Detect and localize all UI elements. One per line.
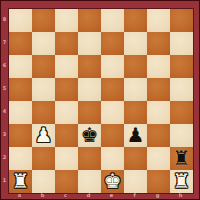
- square-e6[interactable]: [101, 55, 124, 78]
- square-b2[interactable]: [32, 147, 55, 170]
- square-d8[interactable]: [78, 9, 101, 32]
- file-label-b: b: [31, 193, 54, 198]
- square-h7[interactable]: [170, 32, 193, 55]
- black-rook[interactable]: ♜: [173, 147, 191, 170]
- square-f2[interactable]: [124, 147, 147, 170]
- rank-label-2: 2: [2, 155, 7, 160]
- square-h4[interactable]: [170, 101, 193, 124]
- square-a3[interactable]: [9, 124, 32, 147]
- square-f4[interactable]: [124, 101, 147, 124]
- square-f8[interactable]: [124, 9, 147, 32]
- rank-label-1: 1: [2, 178, 7, 183]
- square-d4[interactable]: [78, 101, 101, 124]
- square-a2[interactable]: [9, 147, 32, 170]
- square-h6[interactable]: [170, 55, 193, 78]
- square-f1[interactable]: [124, 170, 147, 193]
- square-h5[interactable]: [170, 78, 193, 101]
- square-c2[interactable]: [55, 147, 78, 170]
- square-d2[interactable]: [78, 147, 101, 170]
- rank-label-3: 3: [2, 132, 7, 137]
- square-f3[interactable]: ♟: [124, 124, 147, 147]
- rank-label-4: 4: [2, 109, 7, 114]
- white-rook[interactable]: ♜: [173, 170, 191, 193]
- square-d7[interactable]: [78, 32, 101, 55]
- square-b3[interactable]: ♟: [32, 124, 55, 147]
- square-a1[interactable]: ♜: [9, 170, 32, 193]
- file-label-d: d: [77, 193, 100, 198]
- white-king[interactable]: ♚: [104, 170, 122, 193]
- square-e4[interactable]: [101, 101, 124, 124]
- chess-board: ♟♚♟♜♜♚♜: [8, 8, 194, 194]
- file-label-g: g: [146, 193, 169, 198]
- square-e8[interactable]: [101, 9, 124, 32]
- white-rook[interactable]: ♜: [12, 170, 30, 193]
- square-g1[interactable]: [147, 170, 170, 193]
- square-b1[interactable]: [32, 170, 55, 193]
- square-e3[interactable]: [101, 124, 124, 147]
- file-label-c: c: [54, 193, 77, 198]
- square-d5[interactable]: [78, 78, 101, 101]
- file-label-a: a: [8, 193, 31, 198]
- rank-label-6: 6: [2, 63, 7, 68]
- square-d3[interactable]: ♚: [78, 124, 101, 147]
- black-king[interactable]: ♚: [81, 124, 99, 147]
- square-f6[interactable]: [124, 55, 147, 78]
- square-a5[interactable]: [9, 78, 32, 101]
- square-b4[interactable]: [32, 101, 55, 124]
- square-a4[interactable]: [9, 101, 32, 124]
- square-g6[interactable]: [147, 55, 170, 78]
- file-label-h: h: [169, 193, 192, 198]
- square-b8[interactable]: [32, 9, 55, 32]
- square-c8[interactable]: [55, 9, 78, 32]
- square-c4[interactable]: [55, 101, 78, 124]
- square-a8[interactable]: [9, 9, 32, 32]
- square-h8[interactable]: [170, 9, 193, 32]
- white-pawn[interactable]: ♟: [35, 124, 53, 147]
- square-c1[interactable]: [55, 170, 78, 193]
- square-e1[interactable]: ♚: [101, 170, 124, 193]
- rank-label-7: 7: [2, 40, 7, 45]
- square-g8[interactable]: [147, 9, 170, 32]
- square-a6[interactable]: [9, 55, 32, 78]
- square-e5[interactable]: [101, 78, 124, 101]
- square-e2[interactable]: [101, 147, 124, 170]
- square-g5[interactable]: [147, 78, 170, 101]
- file-label-e: e: [100, 193, 123, 198]
- square-g4[interactable]: [147, 101, 170, 124]
- square-b5[interactable]: [32, 78, 55, 101]
- square-e7[interactable]: [101, 32, 124, 55]
- square-d1[interactable]: [78, 170, 101, 193]
- rank-label-5: 5: [2, 86, 7, 91]
- square-c5[interactable]: [55, 78, 78, 101]
- chess-board-frame: ♟♚♟♜♜♚♜ 87654321abcdefgh: [0, 0, 200, 200]
- square-f7[interactable]: [124, 32, 147, 55]
- square-g7[interactable]: [147, 32, 170, 55]
- square-b6[interactable]: [32, 55, 55, 78]
- square-h2[interactable]: ♜: [170, 147, 193, 170]
- square-c6[interactable]: [55, 55, 78, 78]
- square-f5[interactable]: [124, 78, 147, 101]
- square-h3[interactable]: [170, 124, 193, 147]
- square-h1[interactable]: ♜: [170, 170, 193, 193]
- black-pawn[interactable]: ♟: [127, 124, 145, 147]
- square-g2[interactable]: [147, 147, 170, 170]
- square-d6[interactable]: [78, 55, 101, 78]
- square-c3[interactable]: [55, 124, 78, 147]
- square-c7[interactable]: [55, 32, 78, 55]
- square-g3[interactable]: [147, 124, 170, 147]
- square-b7[interactable]: [32, 32, 55, 55]
- square-a7[interactable]: [9, 32, 32, 55]
- file-label-f: f: [123, 193, 146, 198]
- rank-label-8: 8: [2, 17, 7, 22]
